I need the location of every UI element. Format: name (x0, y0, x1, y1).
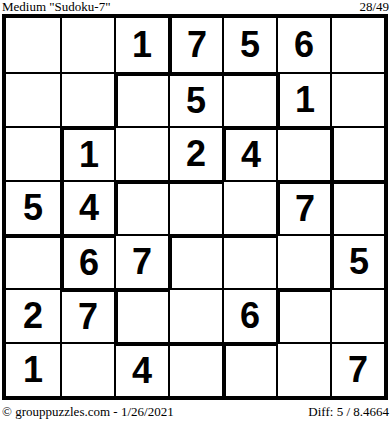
cell-r5c4[interactable] (168, 234, 222, 288)
cell-r2c3[interactable] (114, 72, 168, 126)
cell-r3c4[interactable]: 2 (168, 126, 222, 180)
cell-r7c5[interactable] (222, 342, 276, 396)
difficulty-label: Diff: 5 / 8.4664 (308, 404, 391, 419)
cell-r7c3[interactable]: 4 (114, 342, 168, 396)
cell-r5c1[interactable] (6, 234, 60, 288)
cell-r6c7[interactable] (330, 288, 384, 342)
cell-r2c1[interactable] (6, 72, 60, 126)
cell-r5c7[interactable]: 5 (330, 234, 384, 288)
cell-r1c7[interactable] (330, 18, 384, 72)
cell-r1c1[interactable] (6, 18, 60, 72)
cell-r7c1[interactable]: 1 (6, 342, 60, 396)
cell-r5c3[interactable]: 7 (114, 234, 168, 288)
cell-r7c7[interactable]: 7 (330, 342, 384, 396)
cell-r7c6[interactable] (276, 342, 330, 396)
cell-r5c6[interactable] (276, 234, 330, 288)
puzzle-title: Medium "Sudoku-7" (0, 0, 110, 13)
cell-r1c6[interactable]: 6 (276, 18, 330, 72)
footer: © grouppuzzles.com - 1/26/2021 Diff: 5 /… (0, 404, 391, 419)
cell-r2c6[interactable]: 1 (276, 72, 330, 126)
cell-r4c4[interactable] (168, 180, 222, 234)
cell-r4c3[interactable] (114, 180, 168, 234)
cell-r5c2[interactable]: 6 (60, 234, 114, 288)
cell-r7c2[interactable] (60, 342, 114, 396)
cell-r4c7[interactable] (330, 180, 384, 234)
cell-r3c1[interactable] (6, 126, 60, 180)
cell-r6c2[interactable]: 7 (60, 288, 114, 342)
cell-r3c3[interactable] (114, 126, 168, 180)
header: Medium "Sudoku-7" 28/49 (0, 0, 391, 14)
cell-r6c1[interactable]: 2 (6, 288, 60, 342)
cell-r3c5[interactable]: 4 (222, 126, 276, 180)
cell-r1c4[interactable]: 7 (168, 18, 222, 72)
credit-text: grouppuzzles.com - 1/26/2021 (15, 404, 174, 419)
cell-r4c2[interactable]: 4 (60, 180, 114, 234)
cell-r2c5[interactable] (222, 72, 276, 126)
cell-r1c5[interactable]: 5 (222, 18, 276, 72)
cell-r7c4[interactable] (168, 342, 222, 396)
cell-r6c5[interactable]: 6 (222, 288, 276, 342)
cell-r2c2[interactable] (60, 72, 114, 126)
cell-r3c2[interactable]: 1 (60, 126, 114, 180)
copyright-icon: © (2, 404, 12, 419)
cell-r4c1[interactable]: 5 (6, 180, 60, 234)
cell-r1c2[interactable] (60, 18, 114, 72)
copyright-credit: © grouppuzzles.com - 1/26/2021 (0, 404, 174, 419)
cell-r4c5[interactable] (222, 180, 276, 234)
cell-r3c7[interactable] (330, 126, 384, 180)
cell-r1c3[interactable]: 1 (114, 18, 168, 72)
cell-r3c6[interactable] (276, 126, 330, 180)
cell-r5c5[interactable] (222, 234, 276, 288)
cell-r2c4[interactable]: 5 (168, 72, 222, 126)
remaining-counter: 28/49 (359, 0, 391, 13)
cell-r4c6[interactable]: 7 (276, 180, 330, 234)
cell-r6c6[interactable] (276, 288, 330, 342)
cell-r6c3[interactable] (114, 288, 168, 342)
sudoku-grid: 175651124547675276147 (2, 14, 388, 400)
cell-r2c7[interactable] (330, 72, 384, 126)
cell-r6c4[interactable] (168, 288, 222, 342)
